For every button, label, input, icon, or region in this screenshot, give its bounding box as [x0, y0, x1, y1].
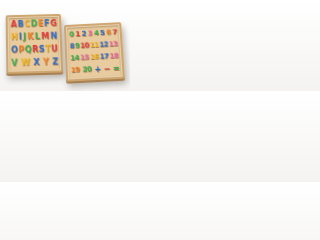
puzzle-piece-19: 19	[71, 67, 80, 75]
puzzle-piece-R: R	[32, 46, 38, 54]
puzzle-piece-P: P	[18, 46, 24, 54]
puzzle-piece-C: C	[24, 21, 30, 29]
puzzle-piece-E: E	[38, 21, 43, 29]
puzzle-piece-17: 17	[100, 53, 109, 60]
product-photo-scene: ABCDEFGHIJKLMNOPQRSTUVWXYZ 0123456789101…	[0, 0, 130, 91]
puzzle-piece-H: H	[11, 34, 17, 42]
puzzle-piece-G: G	[50, 20, 56, 28]
puzzle-piece-T: T	[45, 45, 50, 53]
tile-row: OPQRSTU	[11, 43, 57, 57]
puzzle-piece-4: 4	[94, 30, 99, 37]
puzzle-piece-14: 14	[70, 55, 79, 62]
puzzle-piece-V: V	[11, 59, 17, 67]
puzzle-piece-−: −	[103, 65, 110, 73]
puzzle-piece-6: 6	[106, 29, 111, 36]
puzzle-piece-3: 3	[88, 30, 93, 37]
puzzle-piece-U: U	[51, 45, 57, 53]
puzzle-piece-F: F	[44, 20, 49, 28]
alphabet-board-recess: ABCDEFGHIJKLMNOPQRSTUVWXYZ	[9, 17, 60, 71]
puzzle-piece-X: X	[33, 58, 39, 66]
puzzle-piece-7: 7	[112, 29, 117, 36]
puzzle-piece-I: I	[19, 34, 22, 42]
puzzle-piece-16: 16	[90, 54, 99, 61]
puzzle-piece-=: =	[113, 65, 120, 73]
puzzle-piece-J: J	[23, 33, 26, 41]
tile-row: ABCDEFG	[11, 18, 57, 32]
numbers-puzzle-board: 01234567891011121314151617181920+−=	[64, 22, 125, 82]
puzzle-piece-13: 13	[109, 41, 118, 48]
puzzle-piece-10: 10	[80, 42, 89, 49]
puzzle-piece-S: S	[39, 46, 45, 54]
puzzle-piece-12: 12	[99, 41, 108, 48]
alphabet-puzzle-board: ABCDEFGHIJKLMNOPQRSTUVWXYZ	[6, 14, 64, 74]
puzzle-piece-A: A	[11, 21, 17, 29]
puzzle-piece-Y: Y	[43, 58, 49, 66]
puzzle-piece-Z: Z	[52, 58, 58, 66]
tile-row: VWXYZ	[11, 56, 58, 70]
puzzle-piece-0: 0	[69, 31, 74, 38]
puzzle-piece-M: M	[41, 33, 49, 41]
puzzle-piece-2: 2	[81, 30, 86, 37]
puzzle-piece-W: W	[21, 59, 30, 67]
puzzle-piece-B: B	[17, 21, 23, 29]
puzzle-piece-+: +	[94, 66, 101, 74]
puzzle-piece-L: L	[35, 33, 40, 41]
puzzle-piece-5: 5	[100, 29, 105, 36]
puzzle-piece-8: 8	[70, 43, 75, 50]
puzzle-piece-Q: Q	[25, 46, 32, 54]
tile-row: HIJKLMN	[11, 30, 57, 44]
puzzle-piece-K: K	[27, 33, 33, 41]
puzzle-piece-9: 9	[75, 43, 80, 50]
puzzle-piece-D: D	[31, 21, 37, 29]
puzzle-piece-O: O	[11, 46, 17, 54]
puzzle-piece-1: 1	[75, 31, 80, 38]
puzzle-piece-20: 20	[82, 67, 91, 75]
tile-row: 1920+−=	[71, 62, 120, 77]
numbers-board-recess: 01234567891011121314151617181920+−=	[67, 25, 122, 78]
puzzle-piece-15: 15	[80, 54, 89, 61]
puzzle-piece-N: N	[50, 33, 56, 41]
puzzle-piece-18: 18	[109, 53, 118, 60]
puzzle-piece-11: 11	[90, 42, 99, 49]
